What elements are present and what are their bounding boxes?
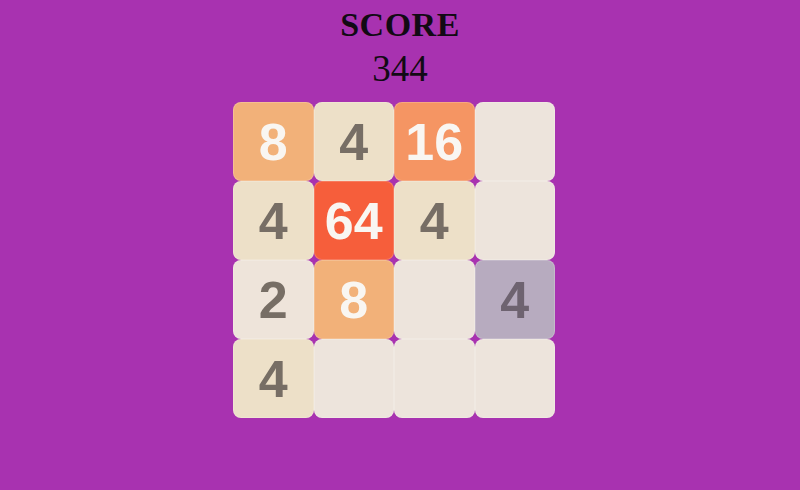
new-tile-4: 4 xyxy=(475,260,556,339)
tile-64: 64 xyxy=(314,181,395,260)
tile-8: 8 xyxy=(314,260,395,339)
score-panel: SCORE 344 xyxy=(0,0,800,89)
empty-cell xyxy=(475,339,556,418)
empty-cell xyxy=(475,181,556,260)
empty-cell xyxy=(394,260,475,339)
tile-8: 8 xyxy=(233,102,314,181)
empty-cell xyxy=(394,339,475,418)
tile-4: 4 xyxy=(233,339,314,418)
tile-2: 2 xyxy=(233,260,314,339)
score-value: 344 xyxy=(0,49,800,89)
empty-cell xyxy=(314,339,395,418)
score-label: SCORE xyxy=(0,4,800,46)
tile-4: 4 xyxy=(233,181,314,260)
tile-16: 16 xyxy=(394,102,475,181)
tile-4: 4 xyxy=(314,102,395,181)
tile-4: 4 xyxy=(394,181,475,260)
board-4x4[interactable]: 841646442844 xyxy=(233,102,555,418)
empty-cell xyxy=(475,102,556,181)
